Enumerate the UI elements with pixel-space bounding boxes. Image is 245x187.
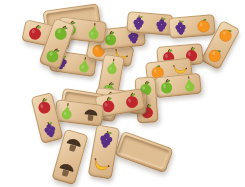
green-apple-icon bbox=[154, 75, 179, 98]
grapes-icon bbox=[126, 11, 151, 34]
tray-recess bbox=[118, 134, 170, 169]
domino-tile[interactable] bbox=[168, 14, 216, 39]
domino-tile[interactable] bbox=[54, 99, 104, 127]
domino-tile[interactable] bbox=[126, 11, 174, 36]
table-surface bbox=[0, 0, 245, 187]
pear-icon bbox=[177, 73, 202, 96]
grapes-icon bbox=[92, 124, 120, 154]
domino-tile[interactable] bbox=[154, 73, 202, 99]
pear-icon bbox=[81, 19, 108, 44]
domino-tray-back[interactable] bbox=[114, 131, 174, 174]
banana-icon bbox=[88, 150, 116, 180]
grapes-icon bbox=[168, 16, 193, 39]
orange-icon bbox=[191, 14, 216, 37]
red-apple-icon bbox=[118, 88, 145, 114]
mushroom-icon bbox=[78, 102, 105, 127]
mushroom-icon bbox=[51, 154, 81, 186]
domino-tile[interactable] bbox=[88, 124, 121, 179]
